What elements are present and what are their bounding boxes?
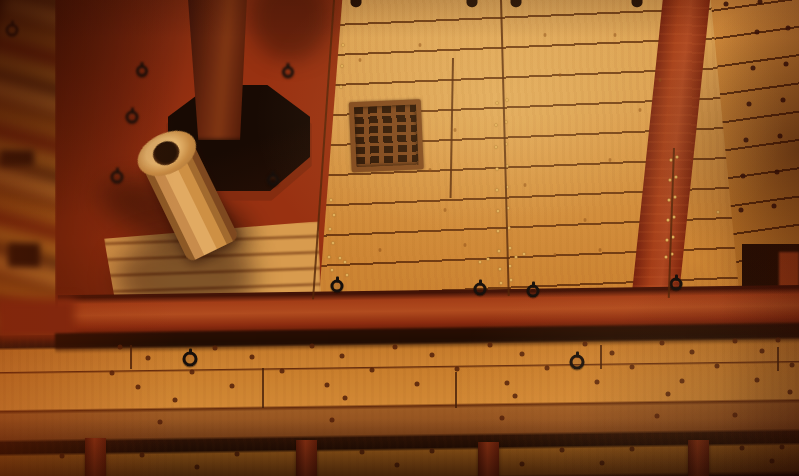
treenail-hull [755, 378, 760, 383]
treenail-hull [235, 452, 240, 457]
hull-plank-butt [777, 347, 779, 371]
treenail-hull [430, 449, 435, 454]
treenail-deck [755, 30, 760, 35]
brass-nail [497, 210, 500, 213]
wood-grain-speck [379, 248, 382, 252]
treenail-deck [784, 62, 789, 67]
brass-nail [342, 44, 345, 47]
treenail-hull [60, 454, 65, 459]
treenail-hull [655, 414, 660, 419]
treenail-hull [213, 346, 218, 351]
wood-grain-speck [609, 158, 612, 162]
wood-grain-speck [419, 43, 422, 47]
treenail-deck [744, 138, 749, 143]
deck-plank-seam [500, 0, 510, 296]
treenail-hull [740, 446, 745, 451]
ringbolt-left [111, 171, 124, 184]
brass-nail [523, 253, 526, 256]
treenail-hull [560, 448, 565, 453]
wood-grain-speck [454, 128, 457, 132]
brass-nail [668, 199, 671, 202]
treenail-hull [595, 380, 600, 385]
treenail-hull [343, 396, 348, 401]
brass-nail [344, 261, 347, 264]
ringbolt-top-edge [467, 0, 478, 7]
hull-plank-butt [262, 368, 264, 408]
treenail-deck [741, 174, 746, 179]
treenail-hull [690, 350, 695, 355]
treenail-hull [415, 382, 420, 387]
wood-grain-speck [639, 108, 642, 112]
treenail-hull [505, 381, 510, 386]
wood-grain-speck [359, 58, 362, 62]
brass-nail [495, 124, 498, 127]
ringbolt-deck [474, 283, 487, 296]
treenail-deck [747, 102, 752, 107]
treenail-hull [500, 416, 505, 421]
wood-grain-speck [524, 183, 527, 187]
treenail-hull [790, 363, 795, 368]
brass-nail [666, 239, 669, 242]
treenail-hull [250, 355, 255, 360]
treenail-hull [190, 370, 195, 375]
treenail-deck [751, 66, 756, 71]
treenail-hull [136, 385, 141, 390]
treenail-hull [780, 445, 785, 450]
brass-nail [328, 256, 331, 259]
treenail-deck [786, 26, 791, 31]
brass-nail [499, 268, 502, 271]
brass-nail [330, 199, 333, 202]
ringbolt-hull [570, 355, 585, 370]
ringbolt-left [6, 24, 19, 37]
brass-nail [506, 99, 509, 102]
hull-frame-timber [688, 440, 709, 476]
hull-frame-timber [296, 440, 317, 476]
treenail-hull [630, 365, 635, 370]
treenail-hull [370, 368, 375, 373]
brass-nail [665, 256, 668, 259]
wood-grain-speck [554, 253, 557, 257]
wood-grain-speck [544, 33, 547, 37]
ringbolt-deck [331, 280, 344, 293]
treenail-deck [739, 208, 744, 213]
wood-grain-speck [584, 218, 587, 222]
treenail-hull [158, 420, 163, 425]
treenail-hull [733, 339, 738, 344]
treenail-deck [758, 0, 763, 5]
treenail-hull [325, 383, 330, 388]
treenail-hull [610, 351, 615, 356]
treenail-hull [630, 447, 635, 452]
wood-grain-speck [659, 78, 662, 82]
treenail-hull [118, 345, 123, 350]
ringbolt-left [126, 111, 139, 124]
brass-nail [496, 189, 499, 192]
treenail-hull [776, 338, 781, 343]
brass-nail [515, 256, 518, 259]
treenail-hull [583, 342, 588, 347]
brass-nail [332, 242, 335, 245]
ringbolt-partner [136, 65, 148, 77]
treenail-hull [330, 418, 335, 423]
ringbolt-top-edge [511, 0, 522, 7]
ringbolt-top-edge [632, 0, 643, 7]
wood-grain-speck [429, 168, 432, 172]
brass-nail [329, 228, 332, 231]
brass-nail [495, 146, 498, 149]
brass-nail [479, 261, 482, 264]
brass-nail [496, 102, 499, 105]
treenail-hull [770, 459, 775, 464]
brass-nail [676, 156, 679, 159]
brass-nail [346, 274, 349, 277]
hull-frame-timber [85, 438, 106, 476]
treenail-hull [545, 366, 550, 371]
treenail-hull [600, 461, 605, 466]
treenail-deck [781, 98, 786, 103]
treenail-hull [760, 349, 765, 354]
photo-ship-model-deck [0, 0, 799, 476]
wood-grain-speck [464, 243, 467, 247]
treenail-hull [666, 392, 671, 397]
brass-nail [333, 214, 336, 217]
treenail-hull [110, 371, 115, 376]
treenail-hull [230, 384, 235, 389]
treenail-hull [513, 394, 518, 399]
brass-nail [510, 279, 513, 282]
treenail-hull [360, 450, 365, 455]
treenail-hull [310, 344, 315, 349]
treenail-hull [140, 453, 145, 458]
treenail-hull [340, 354, 345, 359]
hull-plank-butt [130, 345, 132, 369]
hull-frame-timber [478, 442, 499, 476]
hull-plank-butt [600, 345, 602, 369]
treenail-hull [788, 390, 793, 395]
brass-nail [675, 176, 678, 179]
ringbolt-top-edge [351, 0, 362, 7]
treenail-deck [724, 2, 729, 7]
wood-grain-speck [614, 33, 617, 37]
brass-nail [339, 257, 342, 260]
brass-nail [717, 211, 720, 214]
brass-nail [498, 250, 501, 253]
ringbolt-deck [670, 278, 683, 291]
fittings-overlay [0, 0, 799, 476]
brass-nail [500, 282, 503, 285]
wood-grain-speck [599, 248, 602, 252]
treenail-hull [146, 356, 151, 361]
brass-nail [672, 236, 675, 239]
treenail-deck [778, 134, 783, 139]
treenail-deck [775, 170, 780, 175]
treenail-hull [173, 398, 178, 403]
brass-nail [331, 269, 334, 272]
brass-nail [673, 216, 676, 219]
ringbolt-partner [267, 174, 279, 186]
treenail-hull [660, 341, 665, 346]
ringbolt-hull [183, 352, 198, 367]
brass-nail [497, 230, 500, 233]
treenail-deck [772, 204, 777, 209]
ringbolt-deck [527, 285, 540, 298]
treenail-hull [680, 379, 685, 384]
treenail-hull [455, 367, 460, 372]
treenail-hull [280, 369, 285, 374]
brass-nail [674, 196, 677, 199]
hull-plank-butt [455, 372, 457, 408]
treenail-hull [488, 343, 493, 348]
deck-plank-seam [312, 0, 335, 299]
treenail-hull [395, 463, 400, 468]
treenail-hull [520, 462, 525, 467]
wood-grain-speck [559, 73, 562, 77]
treenail-hull [430, 353, 435, 358]
brass-nail [341, 65, 344, 68]
ringbolt-partner [282, 66, 294, 78]
treenail-hull [393, 345, 398, 350]
brass-nail [496, 168, 499, 171]
wood-grain-speck [444, 208, 447, 212]
brass-nail [487, 258, 490, 261]
brass-nail [509, 247, 512, 250]
treenail-hull [733, 413, 738, 418]
brass-nail [667, 219, 670, 222]
brass-nail [340, 86, 343, 89]
treenail-hull [195, 465, 200, 470]
treenail-hull [715, 364, 720, 369]
treenail-hull [520, 352, 525, 357]
